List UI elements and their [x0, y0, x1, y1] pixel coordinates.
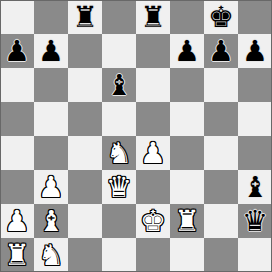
square-a5[interactable]	[0, 102, 34, 136]
white-rook-icon[interactable]: ♜	[174, 204, 200, 238]
square-a8[interactable]	[0, 0, 34, 34]
square-d3[interactable]: ♛	[102, 170, 136, 204]
square-h6[interactable]	[238, 68, 272, 102]
square-c4[interactable]	[68, 136, 102, 170]
white-pawn-icon[interactable]: ♟	[38, 170, 64, 204]
black-queen-icon[interactable]: ♛	[242, 204, 268, 238]
square-b1[interactable]: ♞	[34, 238, 68, 272]
square-g3[interactable]	[204, 170, 238, 204]
chess-board: ♜♜♚♟♟♟♟♟♝♞♟♟♛♝♟♝♚♜♛♜♞	[0, 0, 272, 272]
square-b2[interactable]: ♝	[34, 204, 68, 238]
square-d6[interactable]: ♝	[102, 68, 136, 102]
square-e3[interactable]	[136, 170, 170, 204]
square-d7[interactable]	[102, 34, 136, 68]
black-pawn-icon[interactable]: ♟	[242, 34, 268, 68]
square-h5[interactable]	[238, 102, 272, 136]
square-e4[interactable]: ♟	[136, 136, 170, 170]
square-a6[interactable]	[0, 68, 34, 102]
square-h8[interactable]	[238, 0, 272, 34]
square-b4[interactable]	[34, 136, 68, 170]
square-b3[interactable]: ♟	[34, 170, 68, 204]
square-g1[interactable]	[204, 238, 238, 272]
square-g4[interactable]	[204, 136, 238, 170]
black-pawn-icon[interactable]: ♟	[4, 34, 30, 68]
black-pawn-icon[interactable]: ♟	[208, 34, 234, 68]
square-e5[interactable]	[136, 102, 170, 136]
white-rook-icon[interactable]: ♜	[4, 238, 30, 272]
square-a2[interactable]: ♟	[0, 204, 34, 238]
square-f3[interactable]	[170, 170, 204, 204]
black-rook-icon[interactable]: ♜	[140, 0, 166, 34]
square-b8[interactable]	[34, 0, 68, 34]
square-g7[interactable]: ♟	[204, 34, 238, 68]
square-c3[interactable]	[68, 170, 102, 204]
white-knight-icon[interactable]: ♞	[106, 136, 132, 170]
white-pawn-icon[interactable]: ♟	[4, 204, 30, 238]
black-pawn-icon[interactable]: ♟	[174, 34, 200, 68]
square-b6[interactable]	[34, 68, 68, 102]
square-f6[interactable]	[170, 68, 204, 102]
square-f8[interactable]	[170, 0, 204, 34]
square-h7[interactable]: ♟	[238, 34, 272, 68]
square-a1[interactable]: ♜	[0, 238, 34, 272]
square-f4[interactable]	[170, 136, 204, 170]
square-g8[interactable]: ♚	[204, 0, 238, 34]
square-d8[interactable]	[102, 0, 136, 34]
square-f1[interactable]	[170, 238, 204, 272]
square-c7[interactable]	[68, 34, 102, 68]
square-c2[interactable]	[68, 204, 102, 238]
square-a7[interactable]: ♟	[0, 34, 34, 68]
square-e8[interactable]: ♜	[136, 0, 170, 34]
chess-board-wrap: ♜♜♚♟♟♟♟♟♝♞♟♟♛♝♟♝♚♜♛♜♞	[0, 0, 272, 272]
square-b5[interactable]	[34, 102, 68, 136]
square-d5[interactable]	[102, 102, 136, 136]
square-g5[interactable]	[204, 102, 238, 136]
square-f7[interactable]: ♟	[170, 34, 204, 68]
square-a4[interactable]	[0, 136, 34, 170]
square-a3[interactable]	[0, 170, 34, 204]
square-g2[interactable]	[204, 204, 238, 238]
white-pawn-icon[interactable]: ♟	[140, 136, 166, 170]
square-h3[interactable]: ♝	[238, 170, 272, 204]
black-king-icon[interactable]: ♚	[208, 0, 234, 34]
black-pawn-icon[interactable]: ♟	[38, 34, 64, 68]
square-c8[interactable]: ♜	[68, 0, 102, 34]
square-h2[interactable]: ♛	[238, 204, 272, 238]
black-bishop-icon[interactable]: ♝	[106, 68, 132, 102]
square-g6[interactable]	[204, 68, 238, 102]
white-bishop-icon[interactable]: ♝	[38, 204, 64, 238]
square-b7[interactable]: ♟	[34, 34, 68, 68]
square-e6[interactable]	[136, 68, 170, 102]
square-h1[interactable]	[238, 238, 272, 272]
square-e7[interactable]	[136, 34, 170, 68]
square-d2[interactable]	[102, 204, 136, 238]
square-c6[interactable]	[68, 68, 102, 102]
square-h4[interactable]	[238, 136, 272, 170]
white-king-icon[interactable]: ♚	[140, 204, 166, 238]
square-d4[interactable]: ♞	[102, 136, 136, 170]
square-c1[interactable]	[68, 238, 102, 272]
square-e1[interactable]	[136, 238, 170, 272]
square-f5[interactable]	[170, 102, 204, 136]
black-bishop-icon[interactable]: ♝	[242, 170, 268, 204]
white-queen-icon[interactable]: ♛	[106, 170, 132, 204]
square-c5[interactable]	[68, 102, 102, 136]
square-d1[interactable]	[102, 238, 136, 272]
black-rook-icon[interactable]: ♜	[72, 0, 98, 34]
square-e2[interactable]: ♚	[136, 204, 170, 238]
square-f2[interactable]: ♜	[170, 204, 204, 238]
white-knight-icon[interactable]: ♞	[38, 238, 64, 272]
